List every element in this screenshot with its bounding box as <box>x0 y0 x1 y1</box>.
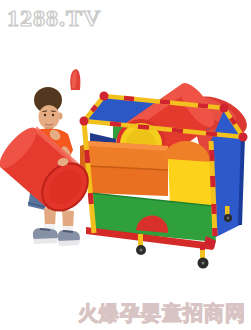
corner-elbow <box>239 133 248 142</box>
corner-elbow <box>80 117 89 126</box>
orange-slab-bottom <box>88 166 168 196</box>
yellow-cube <box>168 159 214 207</box>
front-blocks <box>80 141 216 242</box>
corner-elbow <box>100 92 109 101</box>
photo-canvas: 1288.TV <box>0 0 250 330</box>
red-wedge-tip <box>70 69 80 90</box>
held-red-cylinder <box>0 123 97 220</box>
boy-sock <box>44 224 55 229</box>
watermark-1288tv: 1288.TV <box>7 5 101 32</box>
boy-right-leg <box>62 210 74 228</box>
block-cart <box>80 78 251 269</box>
corner-elbow <box>220 104 229 113</box>
watermark-huobao: 火爆孕婴童招商网 <box>78 300 246 327</box>
photo-illustration <box>0 0 250 330</box>
